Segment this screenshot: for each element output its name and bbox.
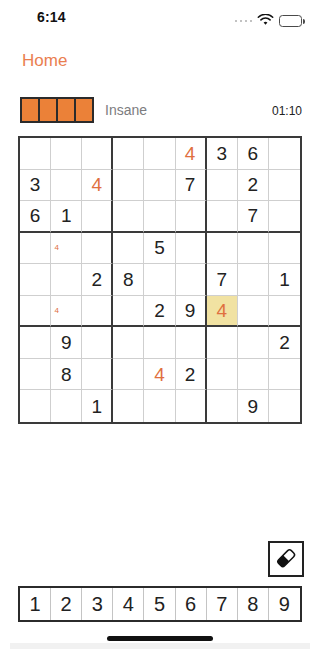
sudoku-cell-r9c4[interactable] [113,390,144,422]
sudoku-cell-r2c4[interactable] [113,170,144,202]
sudoku-cell-r5c5[interactable] [144,264,175,296]
difficulty-segment [58,99,74,121]
given-digit: 2 [185,365,196,384]
given-digit: 5 [154,238,165,257]
sudoku-cell-r1c9[interactable] [269,138,300,170]
sudoku-cell-r6c5[interactable]: 2 [144,296,175,328]
given-digit: 3 [216,144,227,163]
sudoku-cell-r3c2[interactable]: 1 [51,201,82,233]
sudoku-cell-r8c6[interactable]: 2 [176,359,207,391]
sudoku-cell-r5c1[interactable] [20,264,51,296]
given-digit: 7 [185,175,196,194]
sudoku-cell-r6c3[interactable] [82,296,113,328]
given-digit: 2 [91,270,102,289]
sudoku-cell-r3c8[interactable]: 7 [238,201,269,233]
difficulty-segment [22,99,38,121]
sudoku-cell-r3c7[interactable] [207,201,238,233]
given-digit: 7 [248,206,259,225]
difficulty-meter [20,97,94,123]
sudoku-cell-r5c2[interactable] [51,264,82,296]
sudoku-cell-r6c9[interactable] [269,296,300,328]
numpad-button-3[interactable]: 3 [82,588,113,620]
sudoku-cell-r5c9[interactable]: 1 [269,264,300,296]
sudoku-cell-r2c7[interactable] [207,170,238,202]
sudoku-cell-r2c3[interactable]: 4 [82,170,113,202]
given-digit: 6 [248,144,259,163]
difficulty-label: Insane [105,102,147,118]
sudoku-cell-r4c8[interactable] [238,233,269,265]
sudoku-cell-r5c3[interactable]: 2 [82,264,113,296]
sudoku-cell-r3c6[interactable] [176,201,207,233]
given-digit: 8 [123,270,134,289]
sudoku-cell-r1c1[interactable] [20,138,51,170]
user-digit: 4 [216,301,227,320]
sudoku-cell-r1c2[interactable] [51,138,82,170]
sudoku-cell-r4c4[interactable] [113,233,144,265]
numpad-button-1[interactable]: 1 [20,588,51,620]
sudoku-cell-r1c5[interactable] [144,138,175,170]
difficulty-segment [76,99,92,121]
eraser-icon [274,546,298,573]
wifi-icon [257,12,274,30]
sudoku-cell-r1c3[interactable] [82,138,113,170]
sudoku-cell-r7c8[interactable] [238,327,269,359]
sudoku-cell-r7c1[interactable] [20,327,51,359]
sudoku-cell-r7c4[interactable] [113,327,144,359]
given-digit: 9 [248,397,259,416]
given-digit: 2 [154,301,165,320]
screen-bottom-strip [10,643,310,649]
given-digit: 9 [185,301,196,320]
game-timer: 01:10 [272,104,302,118]
sudoku-cell-r6c4[interactable] [113,296,144,328]
numpad-button-7[interactable]: 7 [207,588,238,620]
given-digit: 3 [30,175,41,194]
numpad-button-2[interactable]: 2 [51,588,82,620]
pencil-marks: 4 [52,297,80,325]
sudoku-cell-r7c9[interactable]: 2 [269,327,300,359]
sudoku-cell-r7c6[interactable] [176,327,207,359]
sudoku-cell-r4c1[interactable] [20,233,51,265]
sudoku-cell-r7c3[interactable] [82,327,113,359]
sudoku-cell-r2c2[interactable] [51,170,82,202]
sudoku-board: 436347261745287142949284219 [18,136,302,424]
sudoku-cell-r2c6[interactable]: 7 [176,170,207,202]
sudoku-cell-r3c9[interactable] [269,201,300,233]
home-indicator[interactable] [107,636,213,641]
user-digit: 4 [91,175,102,194]
sudoku-cell-r8c3[interactable] [82,359,113,391]
sudoku-cell-r8c8[interactable] [238,359,269,391]
app-screen: 6:14 Home Insane 01:10 43634726174528714… [10,0,310,649]
sudoku-cell-r7c7[interactable] [207,327,238,359]
status-bar: 6:14 [10,0,310,44]
sudoku-cell-r8c5[interactable]: 4 [144,359,175,391]
sudoku-cell-r7c2[interactable]: 9 [51,327,82,359]
sudoku-cell-r8c2[interactable]: 8 [51,359,82,391]
clock-time: 6:14 [37,9,66,25]
sudoku-cell-r2c8[interactable]: 2 [238,170,269,202]
status-icons [235,12,303,30]
sudoku-cell-r9c1[interactable] [20,390,51,422]
sudoku-cell-r4c7[interactable] [207,233,238,265]
sudoku-cell-r3c1[interactable]: 6 [20,201,51,233]
sudoku-cell-r9c2[interactable] [51,390,82,422]
sudoku-cell-r5c7[interactable]: 7 [207,264,238,296]
sudoku-cell-r2c9[interactable] [269,170,300,202]
sudoku-cell-r4c9[interactable] [269,233,300,265]
numpad-button-9[interactable]: 9 [269,588,300,620]
given-digit: 6 [30,206,41,225]
sudoku-cell-r9c9[interactable] [269,390,300,422]
sudoku-cell-r4c6[interactable] [176,233,207,265]
numpad-button-8[interactable]: 8 [238,588,269,620]
number-pad: 123456789 [18,586,302,622]
given-digit: 2 [248,175,259,194]
battery-icon [279,15,302,27]
sudoku-cell-r9c7[interactable] [207,390,238,422]
user-digit: 4 [154,365,165,384]
sudoku-cell-r6c6[interactable]: 9 [176,296,207,328]
sudoku-cell-r1c4[interactable] [113,138,144,170]
sudoku-cell-r9c6[interactable] [176,390,207,422]
sudoku-cell-r5c6[interactable] [176,264,207,296]
sudoku-cell-r2c5[interactable] [144,170,175,202]
numpad-button-5[interactable]: 5 [144,588,175,620]
sudoku-cell-r6c2[interactable]: 4 [51,296,82,328]
sudoku-cell-r8c4[interactable] [113,359,144,391]
sudoku-cell-r1c7[interactable]: 3 [207,138,238,170]
given-digit: 1 [279,270,290,289]
difficulty-segment [40,99,56,121]
cellular-signal-icon [235,20,253,23]
sudoku-cell-r3c3[interactable] [82,201,113,233]
sudoku-cell-r3c5[interactable] [144,201,175,233]
sudoku-cell-r6c7[interactable]: 4 [207,296,238,328]
given-digit: 1 [61,206,72,225]
sudoku-cell-r3c4[interactable] [113,201,144,233]
given-digit: 7 [216,270,227,289]
sudoku-cell-r9c8[interactable]: 9 [238,390,269,422]
sudoku-cell-r9c3[interactable]: 1 [82,390,113,422]
given-digit: 9 [61,333,72,352]
sudoku-cell-r8c7[interactable] [207,359,238,391]
sudoku-cell-r5c4[interactable]: 8 [113,264,144,296]
sudoku-cell-r8c9[interactable] [269,359,300,391]
sudoku-cell-r8c1[interactable] [20,359,51,391]
numpad-button-4[interactable]: 4 [113,588,144,620]
numpad-button-6[interactable]: 6 [176,588,207,620]
sudoku-cell-r6c1[interactable] [20,296,51,328]
sudoku-cell-r6c8[interactable] [238,296,269,328]
pencil-marks: 4 [52,234,80,263]
sudoku-cell-r1c6[interactable]: 4 [176,138,207,170]
sudoku-cell-r4c5[interactable]: 5 [144,233,175,265]
sudoku-cell-r4c3[interactable] [82,233,113,265]
sudoku-cell-r7c5[interactable] [144,327,175,359]
home-back-link[interactable]: Home [22,51,67,71]
sudoku-cell-r9c5[interactable] [144,390,175,422]
sudoku-cell-r5c8[interactable] [238,264,269,296]
sudoku-cell-r1c8[interactable]: 6 [238,138,269,170]
eraser-button[interactable] [268,541,304,577]
given-digit: 2 [279,333,290,352]
sudoku-cell-r2c1[interactable]: 3 [20,170,51,202]
sudoku-cell-r4c2[interactable]: 4 [51,233,82,265]
user-digit: 4 [185,144,196,163]
given-digit: 1 [91,397,102,416]
given-digit: 8 [61,365,72,384]
